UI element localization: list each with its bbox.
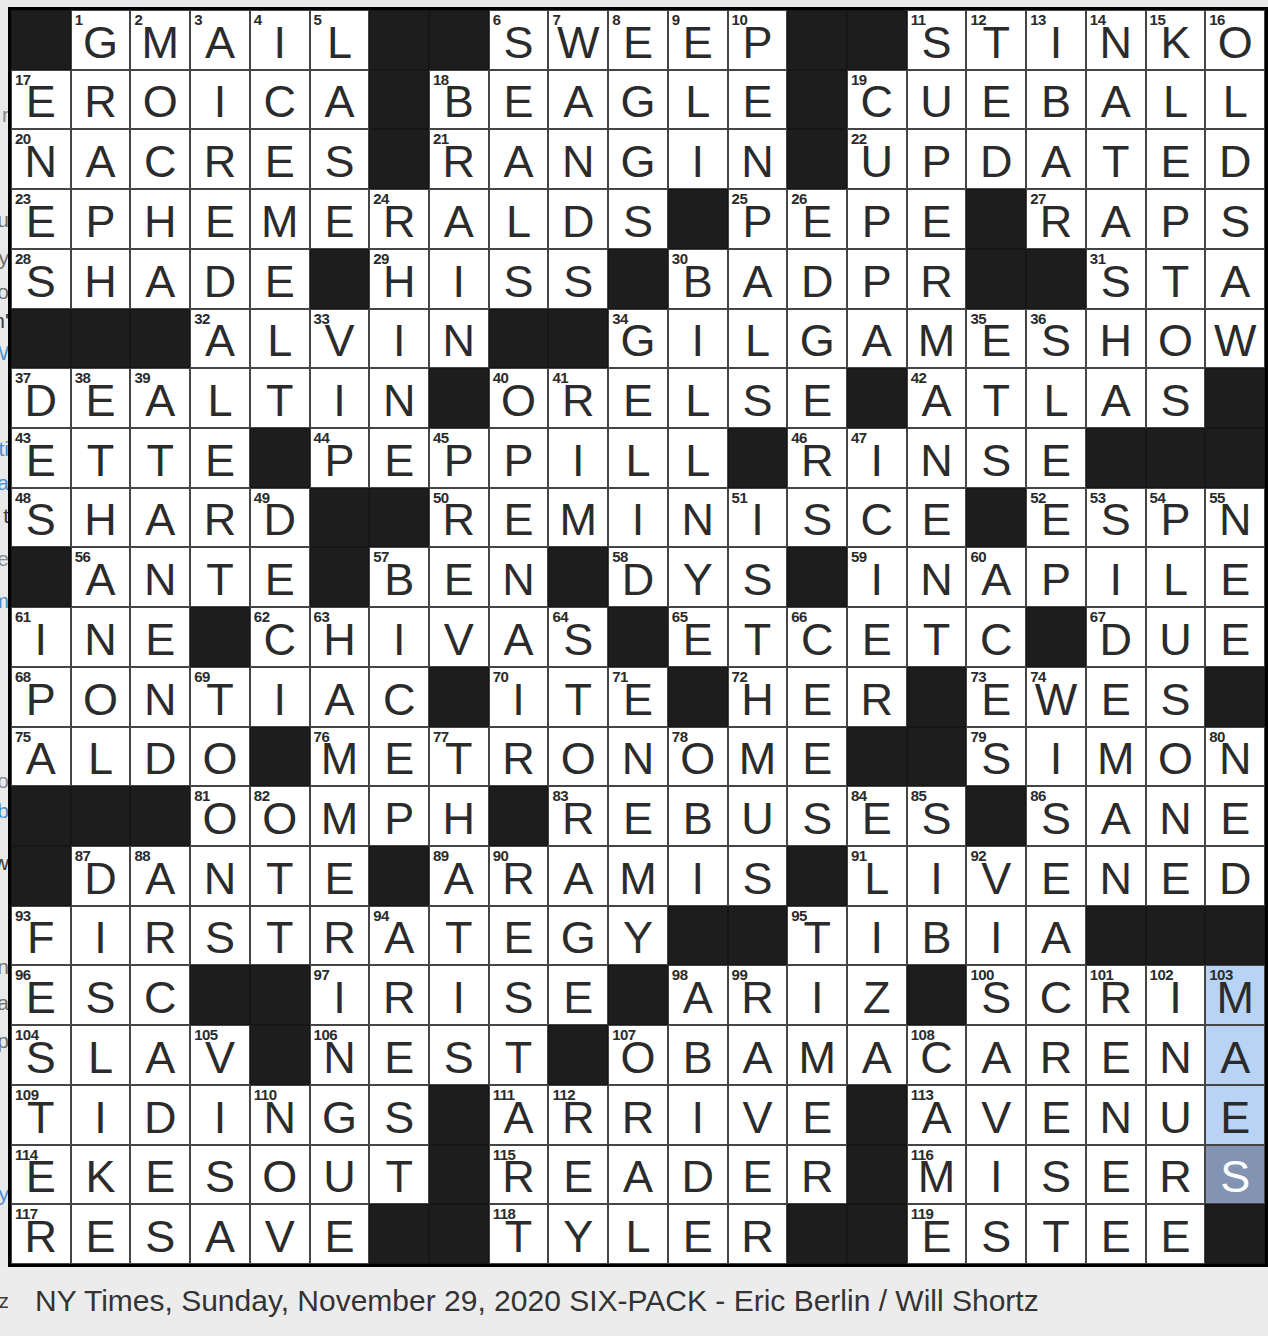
- cell-r3c18[interactable]: A: [1026, 129, 1086, 189]
- cell-r8c3[interactable]: T: [130, 428, 190, 488]
- cell-r1c13[interactable]: 10P: [728, 10, 788, 70]
- cell-r4c9[interactable]: L: [489, 189, 549, 249]
- cell-r5c12[interactable]: 30B: [668, 249, 728, 309]
- cell-r7c5[interactable]: T: [250, 368, 310, 428]
- cell-r18c1[interactable]: 104S: [11, 1025, 71, 1085]
- cell-r12c15[interactable]: R: [847, 667, 907, 727]
- cell-r8c6[interactable]: 44P: [310, 428, 370, 488]
- cell-r9c13[interactable]: 51I: [728, 488, 788, 548]
- cell-r21c20[interactable]: E: [1146, 1204, 1206, 1264]
- cell-r1c2[interactable]: 1G: [71, 10, 131, 70]
- cell-r19c1[interactable]: 109T: [11, 1085, 71, 1145]
- cell-r3c4[interactable]: R: [190, 129, 250, 189]
- cell-r7c19[interactable]: A: [1086, 368, 1146, 428]
- cell-r20c9[interactable]: 115R: [489, 1145, 549, 1205]
- cell-r20c11[interactable]: A: [608, 1145, 668, 1205]
- cell-r17c1[interactable]: 96E: [11, 965, 71, 1025]
- cell-r1c16[interactable]: 11S: [907, 10, 967, 70]
- cell-r17c2[interactable]: S: [71, 965, 131, 1025]
- cell-r8c2[interactable]: T: [71, 428, 131, 488]
- cell-r13c9[interactable]: R: [489, 727, 549, 787]
- cell-r11c3[interactable]: E: [130, 607, 190, 667]
- cell-r15c9[interactable]: 90R: [489, 846, 549, 906]
- cell-r4c10[interactable]: D: [548, 189, 608, 249]
- cell-r1c6[interactable]: 5L: [310, 10, 370, 70]
- cell-r9c14[interactable]: S: [787, 488, 847, 548]
- cell-r5c14[interactable]: D: [787, 249, 847, 309]
- cell-r16c16[interactable]: B: [907, 906, 967, 966]
- cell-r20c17[interactable]: I: [966, 1145, 1026, 1205]
- cell-r11c1[interactable]: 61I: [11, 607, 71, 667]
- cell-r6c16[interactable]: M: [907, 309, 967, 369]
- cell-r2c11[interactable]: G: [608, 70, 668, 130]
- cell-r3c12[interactable]: I: [668, 129, 728, 189]
- cell-r7c2[interactable]: 38E: [71, 368, 131, 428]
- cell-r11c17[interactable]: C: [966, 607, 1026, 667]
- cell-r2c13[interactable]: E: [728, 70, 788, 130]
- cell-r17c6[interactable]: 97I: [310, 965, 370, 1025]
- cell-r8c16[interactable]: N: [907, 428, 967, 488]
- cell-r19c6[interactable]: G: [310, 1085, 370, 1145]
- cell-r10c18[interactable]: P: [1026, 547, 1086, 607]
- cell-r13c14[interactable]: E: [787, 727, 847, 787]
- cell-r9c3[interactable]: A: [130, 488, 190, 548]
- cell-r8c17[interactable]: S: [966, 428, 1026, 488]
- cell-r14c19[interactable]: A: [1086, 786, 1146, 846]
- cell-r12c6[interactable]: A: [310, 667, 370, 727]
- cell-r8c1[interactable]: 43E: [11, 428, 71, 488]
- cell-r8c8[interactable]: 45P: [429, 428, 489, 488]
- cell-r15c10[interactable]: A: [548, 846, 608, 906]
- cell-r10c16[interactable]: N: [907, 547, 967, 607]
- cell-r21c17[interactable]: S: [966, 1204, 1026, 1264]
- cell-r4c2[interactable]: P: [71, 189, 131, 249]
- cell-r21c12[interactable]: E: [668, 1204, 728, 1264]
- cell-r5c16[interactable]: R: [907, 249, 967, 309]
- cell-r1c5[interactable]: 4I: [250, 10, 310, 70]
- cell-r20c21[interactable]: S: [1205, 1145, 1265, 1205]
- cell-r18c16[interactable]: 108C: [907, 1025, 967, 1085]
- cell-r2c3[interactable]: O: [130, 70, 190, 130]
- cell-r12c14[interactable]: E: [787, 667, 847, 727]
- cell-r20c18[interactable]: S: [1026, 1145, 1086, 1205]
- cell-r5c1[interactable]: 28S: [11, 249, 71, 309]
- cell-r7c6[interactable]: I: [310, 368, 370, 428]
- cell-r11c20[interactable]: U: [1146, 607, 1206, 667]
- cell-r6c19[interactable]: H: [1086, 309, 1146, 369]
- cell-r14c13[interactable]: U: [728, 786, 788, 846]
- cell-r9c10[interactable]: M: [548, 488, 608, 548]
- cell-r7c12[interactable]: L: [668, 368, 728, 428]
- cell-r21c3[interactable]: S: [130, 1204, 190, 1264]
- cell-r7c10[interactable]: 41R: [548, 368, 608, 428]
- cell-r14c8[interactable]: H: [429, 786, 489, 846]
- cell-r11c7[interactable]: I: [369, 607, 429, 667]
- cell-r15c21[interactable]: D: [1205, 846, 1265, 906]
- cell-r10c21[interactable]: E: [1205, 547, 1265, 607]
- cell-r12c5[interactable]: I: [250, 667, 310, 727]
- cell-r18c19[interactable]: E: [1086, 1025, 1146, 1085]
- cell-r8c7[interactable]: E: [369, 428, 429, 488]
- cell-r12c17[interactable]: 73E: [966, 667, 1026, 727]
- cell-r1c19[interactable]: 14N: [1086, 10, 1146, 70]
- cell-r15c13[interactable]: S: [728, 846, 788, 906]
- cell-r17c7[interactable]: R: [369, 965, 429, 1025]
- cell-r18c12[interactable]: B: [668, 1025, 728, 1085]
- cell-r14c11[interactable]: E: [608, 786, 668, 846]
- cell-r16c10[interactable]: G: [548, 906, 608, 966]
- cell-r15c6[interactable]: E: [310, 846, 370, 906]
- cell-r1c12[interactable]: 9E: [668, 10, 728, 70]
- cell-r3c21[interactable]: D: [1205, 129, 1265, 189]
- cell-r21c9[interactable]: 118T: [489, 1204, 549, 1264]
- cell-r13c17[interactable]: 79S: [966, 727, 1026, 787]
- cell-r17c12[interactable]: 98A: [668, 965, 728, 1025]
- cell-r2c5[interactable]: C: [250, 70, 310, 130]
- cell-r10c2[interactable]: 56A: [71, 547, 131, 607]
- cell-r15c18[interactable]: E: [1026, 846, 1086, 906]
- cell-r15c11[interactable]: M: [608, 846, 668, 906]
- cell-r21c1[interactable]: 117R: [11, 1204, 71, 1264]
- cell-r9c4[interactable]: R: [190, 488, 250, 548]
- cell-r16c14[interactable]: 95T: [787, 906, 847, 966]
- cell-r19c17[interactable]: V: [966, 1085, 1026, 1145]
- cell-r20c3[interactable]: E: [130, 1145, 190, 1205]
- cell-r6c14[interactable]: G: [787, 309, 847, 369]
- cell-r11c6[interactable]: 63H: [310, 607, 370, 667]
- cell-r1c4[interactable]: 3A: [190, 10, 250, 70]
- cell-r18c2[interactable]: L: [71, 1025, 131, 1085]
- cell-r14c12[interactable]: B: [668, 786, 728, 846]
- cell-r5c20[interactable]: T: [1146, 249, 1206, 309]
- cell-r8c10[interactable]: I: [548, 428, 608, 488]
- cell-r20c7[interactable]: T: [369, 1145, 429, 1205]
- cell-r12c1[interactable]: 68P: [11, 667, 71, 727]
- cell-r2c21[interactable]: L: [1205, 70, 1265, 130]
- cell-r3c20[interactable]: E: [1146, 129, 1206, 189]
- cell-r11c9[interactable]: A: [489, 607, 549, 667]
- cell-r11c19[interactable]: 67D: [1086, 607, 1146, 667]
- cell-r19c20[interactable]: U: [1146, 1085, 1206, 1145]
- cell-r20c13[interactable]: E: [728, 1145, 788, 1205]
- cell-r17c17[interactable]: 100S: [966, 965, 1026, 1025]
- cell-r3c3[interactable]: C: [130, 129, 190, 189]
- cell-r14c7[interactable]: P: [369, 786, 429, 846]
- cell-r5c8[interactable]: I: [429, 249, 489, 309]
- cell-r2c6[interactable]: A: [310, 70, 370, 130]
- cell-r18c17[interactable]: A: [966, 1025, 1026, 1085]
- cell-r1c18[interactable]: 13I: [1026, 10, 1086, 70]
- cell-r13c1[interactable]: 75A: [11, 727, 71, 787]
- cell-r6c20[interactable]: O: [1146, 309, 1206, 369]
- cell-r16c6[interactable]: R: [310, 906, 370, 966]
- cell-r1c10[interactable]: 7W: [548, 10, 608, 70]
- cell-r13c3[interactable]: D: [130, 727, 190, 787]
- cell-r16c4[interactable]: S: [190, 906, 250, 966]
- cell-r17c8[interactable]: I: [429, 965, 489, 1025]
- cell-r2c10[interactable]: A: [548, 70, 608, 130]
- cell-r2c18[interactable]: B: [1026, 70, 1086, 130]
- cell-r4c20[interactable]: P: [1146, 189, 1206, 249]
- cell-r8c15[interactable]: 47I: [847, 428, 907, 488]
- cell-r13c4[interactable]: O: [190, 727, 250, 787]
- cell-r18c3[interactable]: A: [130, 1025, 190, 1085]
- cell-r18c14[interactable]: M: [787, 1025, 847, 1085]
- cell-r10c17[interactable]: 60A: [966, 547, 1026, 607]
- cell-r2c19[interactable]: A: [1086, 70, 1146, 130]
- cell-r19c2[interactable]: I: [71, 1085, 131, 1145]
- cell-r20c2[interactable]: K: [71, 1145, 131, 1205]
- cell-r11c15[interactable]: E: [847, 607, 907, 667]
- cell-r21c19[interactable]: E: [1086, 1204, 1146, 1264]
- cell-r13c20[interactable]: O: [1146, 727, 1206, 787]
- cell-r3c1[interactable]: 20N: [11, 129, 71, 189]
- cell-r7c20[interactable]: S: [1146, 368, 1206, 428]
- cell-r13c10[interactable]: O: [548, 727, 608, 787]
- cell-r19c4[interactable]: I: [190, 1085, 250, 1145]
- cell-r15c20[interactable]: E: [1146, 846, 1206, 906]
- cell-r17c13[interactable]: 99R: [728, 965, 788, 1025]
- cell-r12c2[interactable]: O: [71, 667, 131, 727]
- cell-r7c4[interactable]: L: [190, 368, 250, 428]
- cell-r10c20[interactable]: L: [1146, 547, 1206, 607]
- cell-r21c13[interactable]: R: [728, 1204, 788, 1264]
- cell-r4c8[interactable]: A: [429, 189, 489, 249]
- cell-r16c2[interactable]: I: [71, 906, 131, 966]
- cell-r2c17[interactable]: E: [966, 70, 1026, 130]
- cell-r2c9[interactable]: E: [489, 70, 549, 130]
- cell-r1c3[interactable]: 2M: [130, 10, 190, 70]
- cell-r2c2[interactable]: R: [71, 70, 131, 130]
- cell-r15c3[interactable]: 88A: [130, 846, 190, 906]
- cell-r7c11[interactable]: E: [608, 368, 668, 428]
- cell-r15c19[interactable]: N: [1086, 846, 1146, 906]
- cell-r4c5[interactable]: M: [250, 189, 310, 249]
- cell-r7c7[interactable]: N: [369, 368, 429, 428]
- cell-r5c19[interactable]: 31S: [1086, 249, 1146, 309]
- cell-r19c14[interactable]: E: [787, 1085, 847, 1145]
- cell-r7c9[interactable]: 40O: [489, 368, 549, 428]
- cell-r19c18[interactable]: E: [1026, 1085, 1086, 1145]
- cell-r10c3[interactable]: N: [130, 547, 190, 607]
- cell-r3c16[interactable]: P: [907, 129, 967, 189]
- cell-r6c17[interactable]: 35E: [966, 309, 1026, 369]
- cell-r3c9[interactable]: A: [489, 129, 549, 189]
- cell-r10c19[interactable]: I: [1086, 547, 1146, 607]
- cell-r9c15[interactable]: C: [847, 488, 907, 548]
- cell-r14c10[interactable]: 83R: [548, 786, 608, 846]
- cell-r9c19[interactable]: 53S: [1086, 488, 1146, 548]
- cell-r6c8[interactable]: N: [429, 309, 489, 369]
- cell-r13c12[interactable]: 78O: [668, 727, 728, 787]
- cell-r16c18[interactable]: A: [1026, 906, 1086, 966]
- cell-r3c2[interactable]: A: [71, 129, 131, 189]
- cell-r12c7[interactable]: C: [369, 667, 429, 727]
- cell-r21c18[interactable]: T: [1026, 1204, 1086, 1264]
- cell-r9c9[interactable]: E: [489, 488, 549, 548]
- cell-r11c8[interactable]: V: [429, 607, 489, 667]
- cell-r16c11[interactable]: Y: [608, 906, 668, 966]
- cell-r10c5[interactable]: E: [250, 547, 310, 607]
- cell-r11c13[interactable]: T: [728, 607, 788, 667]
- cell-r17c3[interactable]: C: [130, 965, 190, 1025]
- cell-r20c12[interactable]: D: [668, 1145, 728, 1205]
- cell-r6c15[interactable]: A: [847, 309, 907, 369]
- cell-r17c21[interactable]: 103M: [1205, 965, 1265, 1025]
- cell-r1c21[interactable]: 16O: [1205, 10, 1265, 70]
- cell-r11c16[interactable]: T: [907, 607, 967, 667]
- cell-r19c19[interactable]: N: [1086, 1085, 1146, 1145]
- cell-r20c16[interactable]: 116M: [907, 1145, 967, 1205]
- cell-r4c15[interactable]: P: [847, 189, 907, 249]
- cell-r18c18[interactable]: R: [1026, 1025, 1086, 1085]
- cell-r13c6[interactable]: 76M: [310, 727, 370, 787]
- cell-r18c7[interactable]: E: [369, 1025, 429, 1085]
- cell-r16c5[interactable]: T: [250, 906, 310, 966]
- cell-r6c13[interactable]: L: [728, 309, 788, 369]
- cell-r2c20[interactable]: L: [1146, 70, 1206, 130]
- cell-r20c14[interactable]: R: [787, 1145, 847, 1205]
- cell-r10c13[interactable]: S: [728, 547, 788, 607]
- cell-r17c10[interactable]: E: [548, 965, 608, 1025]
- cell-r19c9[interactable]: 111A: [489, 1085, 549, 1145]
- cell-r14c21[interactable]: E: [1205, 786, 1265, 846]
- cell-r2c12[interactable]: L: [668, 70, 728, 130]
- cell-r1c20[interactable]: 15K: [1146, 10, 1206, 70]
- cell-r18c20[interactable]: N: [1146, 1025, 1206, 1085]
- cell-r12c20[interactable]: S: [1146, 667, 1206, 727]
- cell-r4c6[interactable]: E: [310, 189, 370, 249]
- cell-r14c4[interactable]: 81O: [190, 786, 250, 846]
- cell-r5c9[interactable]: S: [489, 249, 549, 309]
- cell-r12c18[interactable]: 74W: [1026, 667, 1086, 727]
- cell-r18c13[interactable]: A: [728, 1025, 788, 1085]
- cell-r10c8[interactable]: E: [429, 547, 489, 607]
- cell-r4c4[interactable]: E: [190, 189, 250, 249]
- cell-r9c20[interactable]: 54P: [1146, 488, 1206, 548]
- cell-r5c13[interactable]: A: [728, 249, 788, 309]
- cell-r9c1[interactable]: 48S: [11, 488, 71, 548]
- cell-r16c3[interactable]: R: [130, 906, 190, 966]
- cell-r11c21[interactable]: E: [1205, 607, 1265, 667]
- cell-r9c8[interactable]: 50R: [429, 488, 489, 548]
- cell-r4c14[interactable]: 26E: [787, 189, 847, 249]
- cell-r20c10[interactable]: E: [548, 1145, 608, 1205]
- cell-r4c11[interactable]: S: [608, 189, 668, 249]
- cell-r19c11[interactable]: R: [608, 1085, 668, 1145]
- cell-r19c21[interactable]: E: [1205, 1085, 1265, 1145]
- cell-r6c5[interactable]: L: [250, 309, 310, 369]
- cell-r11c5[interactable]: 62C: [250, 607, 310, 667]
- cell-r5c7[interactable]: 29H: [369, 249, 429, 309]
- cell-r4c16[interactable]: E: [907, 189, 967, 249]
- cell-r9c11[interactable]: I: [608, 488, 668, 548]
- cell-r11c10[interactable]: 64S: [548, 607, 608, 667]
- cell-r14c5[interactable]: 82O: [250, 786, 310, 846]
- cell-r1c9[interactable]: 6S: [489, 10, 549, 70]
- cell-r4c21[interactable]: S: [1205, 189, 1265, 249]
- cell-r14c6[interactable]: M: [310, 786, 370, 846]
- cell-r3c8[interactable]: 21R: [429, 129, 489, 189]
- cell-r17c19[interactable]: 101R: [1086, 965, 1146, 1025]
- cell-r18c9[interactable]: T: [489, 1025, 549, 1085]
- cell-r19c5[interactable]: 110N: [250, 1085, 310, 1145]
- cell-r7c17[interactable]: T: [966, 368, 1026, 428]
- cell-r5c10[interactable]: S: [548, 249, 608, 309]
- cell-r8c9[interactable]: P: [489, 428, 549, 488]
- cell-r15c15[interactable]: 91L: [847, 846, 907, 906]
- cell-r4c7[interactable]: 24R: [369, 189, 429, 249]
- cell-r13c19[interactable]: M: [1086, 727, 1146, 787]
- cell-r2c1[interactable]: 17E: [11, 70, 71, 130]
- cell-r14c15[interactable]: 84E: [847, 786, 907, 846]
- cell-r17c14[interactable]: I: [787, 965, 847, 1025]
- cell-r8c11[interactable]: L: [608, 428, 668, 488]
- cell-r6c6[interactable]: 33V: [310, 309, 370, 369]
- cell-r11c12[interactable]: 65E: [668, 607, 728, 667]
- cell-r7c13[interactable]: S: [728, 368, 788, 428]
- cell-r3c13[interactable]: N: [728, 129, 788, 189]
- cell-r19c10[interactable]: 112R: [548, 1085, 608, 1145]
- cell-r10c11[interactable]: 58D: [608, 547, 668, 607]
- cell-r11c2[interactable]: N: [71, 607, 131, 667]
- cell-r20c5[interactable]: O: [250, 1145, 310, 1205]
- cell-r15c8[interactable]: 89A: [429, 846, 489, 906]
- cell-r6c4[interactable]: 32A: [190, 309, 250, 369]
- cell-r20c20[interactable]: R: [1146, 1145, 1206, 1205]
- cell-r20c6[interactable]: U: [310, 1145, 370, 1205]
- cell-r18c6[interactable]: 106N: [310, 1025, 370, 1085]
- cell-r12c3[interactable]: N: [130, 667, 190, 727]
- cell-r21c2[interactable]: E: [71, 1204, 131, 1264]
- cell-r19c12[interactable]: I: [668, 1085, 728, 1145]
- cell-r4c18[interactable]: 27R: [1026, 189, 1086, 249]
- cell-r17c18[interactable]: C: [1026, 965, 1086, 1025]
- cell-r19c7[interactable]: S: [369, 1085, 429, 1145]
- cell-r4c3[interactable]: H: [130, 189, 190, 249]
- cell-r3c11[interactable]: G: [608, 129, 668, 189]
- cell-r20c1[interactable]: 114E: [11, 1145, 71, 1205]
- cell-r10c12[interactable]: Y: [668, 547, 728, 607]
- cell-r10c9[interactable]: N: [489, 547, 549, 607]
- cell-r13c11[interactable]: N: [608, 727, 668, 787]
- cell-r21c16[interactable]: 119E: [907, 1204, 967, 1264]
- cell-r16c9[interactable]: E: [489, 906, 549, 966]
- cell-r18c21[interactable]: A: [1205, 1025, 1265, 1085]
- cell-r15c12[interactable]: I: [668, 846, 728, 906]
- cell-r19c3[interactable]: D: [130, 1085, 190, 1145]
- cell-r3c6[interactable]: S: [310, 129, 370, 189]
- cell-r5c3[interactable]: A: [130, 249, 190, 309]
- cell-r15c5[interactable]: T: [250, 846, 310, 906]
- cell-r8c12[interactable]: L: [668, 428, 728, 488]
- cell-r4c1[interactable]: 23E: [11, 189, 71, 249]
- cell-r18c8[interactable]: S: [429, 1025, 489, 1085]
- cell-r8c18[interactable]: E: [1026, 428, 1086, 488]
- cell-r21c5[interactable]: V: [250, 1204, 310, 1264]
- cell-r15c17[interactable]: 92V: [966, 846, 1026, 906]
- cell-r13c2[interactable]: L: [71, 727, 131, 787]
- cell-r21c11[interactable]: L: [608, 1204, 668, 1264]
- cell-r9c12[interactable]: N: [668, 488, 728, 548]
- cell-r3c10[interactable]: N: [548, 129, 608, 189]
- cell-r12c4[interactable]: 69T: [190, 667, 250, 727]
- cell-r17c9[interactable]: S: [489, 965, 549, 1025]
- cell-r12c11[interactable]: 71E: [608, 667, 668, 727]
- cell-r7c18[interactable]: L: [1026, 368, 1086, 428]
- cell-r2c4[interactable]: I: [190, 70, 250, 130]
- cell-r13c8[interactable]: 77T: [429, 727, 489, 787]
